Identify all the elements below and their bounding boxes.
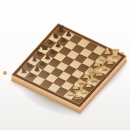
white-rook[interactable]: ♜	[110, 48, 121, 60]
product-photo: ♜♞♝♛♚♝♞♜♟♟♟♟♟♟♟♟♟♟♟♟♟♟♟♟♜♞♝♛♚♝♞♜	[0, 0, 130, 130]
black-rook[interactable]: ♜	[57, 25, 65, 34]
hinge-icon	[3, 71, 7, 75]
black-pawn[interactable]: ♟	[66, 30, 72, 37]
